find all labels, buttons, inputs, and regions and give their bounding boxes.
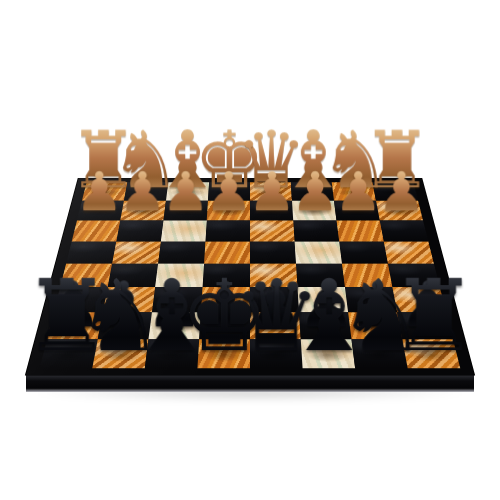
square-c2: ♟ xyxy=(292,201,336,221)
square-f3 xyxy=(161,221,207,242)
square-h3 xyxy=(72,221,121,242)
square-g2: ♟ xyxy=(120,201,166,221)
square-e3 xyxy=(205,221,250,242)
tan-pawn-piece: ♟ xyxy=(247,165,295,219)
tan-pawn-piece: ♟ xyxy=(204,165,252,219)
square-f2: ♟ xyxy=(163,201,207,221)
square-b2: ♟ xyxy=(334,201,380,221)
square-g3 xyxy=(116,221,163,242)
square-e2: ♟ xyxy=(207,201,250,221)
tan-pawn-piece: ♟ xyxy=(377,165,425,219)
square-a8: ♜ xyxy=(402,339,460,368)
tan-pawn-piece: ♟ xyxy=(291,165,339,219)
tan-pawn-piece: ♟ xyxy=(161,165,209,219)
tan-pawn-piece: ♟ xyxy=(334,165,382,219)
black-rook-piece: ♜ xyxy=(389,267,478,366)
square-d2: ♟ xyxy=(250,201,293,221)
tan-pawn-piece: ♟ xyxy=(118,165,166,219)
product-photo: ♜♞♝♚♛♝♞♜♟♟♟♟♟♟♟♟♟♟♟♟♟♟♟♟♜♞♝♚♛♝♞♜ xyxy=(0,0,500,500)
square-a3 xyxy=(380,221,429,242)
board-front-edge xyxy=(26,375,474,392)
square-h2: ♟ xyxy=(77,201,124,221)
board-scene: ♜♞♝♚♛♝♞♜♟♟♟♟♟♟♟♟♟♟♟♟♟♟♟♟♜♞♝♚♛♝♞♜ xyxy=(26,0,474,375)
square-c3 xyxy=(293,221,339,242)
chess-board: ♜♞♝♚♛♝♞♜♟♟♟♟♟♟♟♟♟♟♟♟♟♟♟♟♜♞♝♚♛♝♞♜ xyxy=(26,178,474,375)
tan-pawn-piece: ♟ xyxy=(75,165,123,219)
square-a2: ♟ xyxy=(376,201,423,221)
square-b3 xyxy=(337,221,384,242)
square-d3 xyxy=(250,221,295,242)
